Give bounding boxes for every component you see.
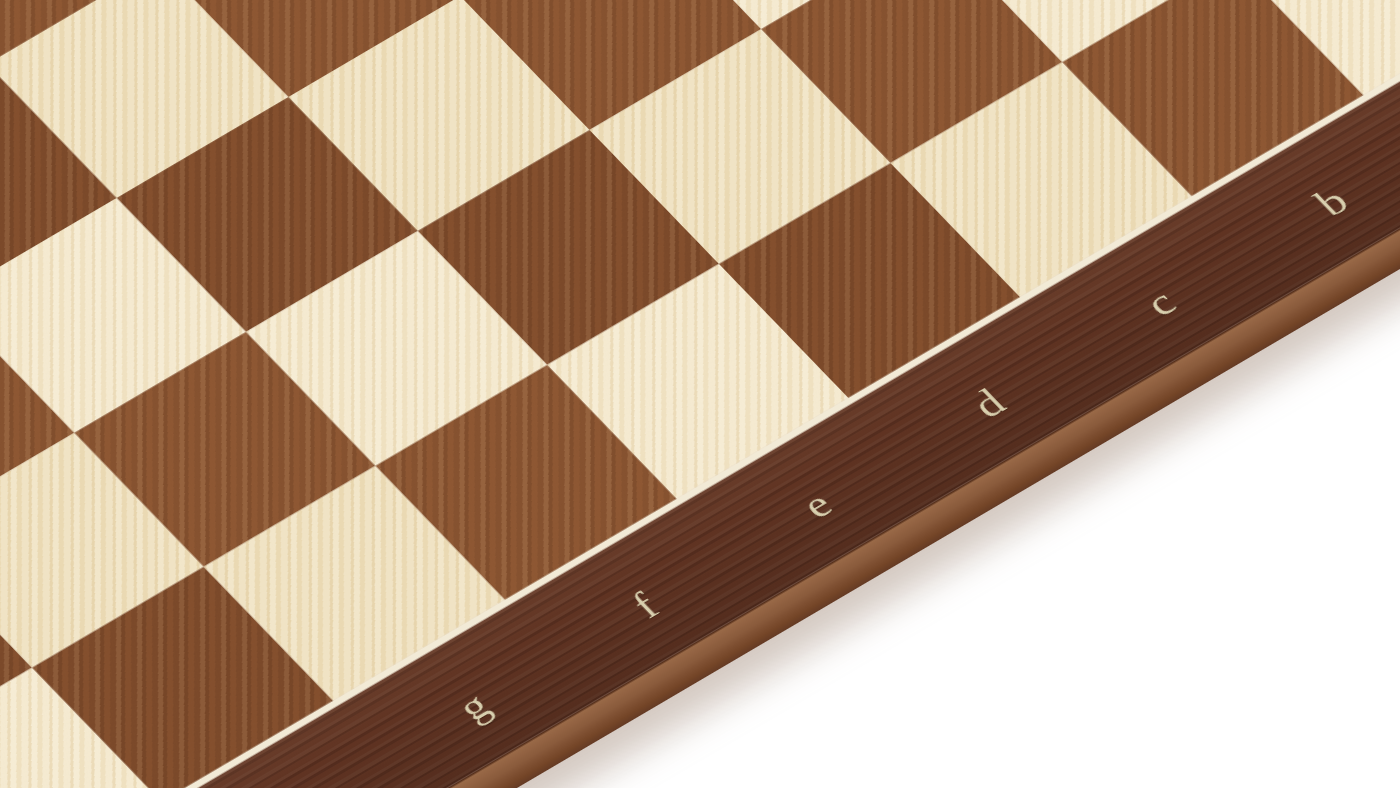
chessboard-photo-scene: hgfedcba — [0, 0, 1400, 788]
chessboard: hgfedcba — [0, 0, 1400, 788]
